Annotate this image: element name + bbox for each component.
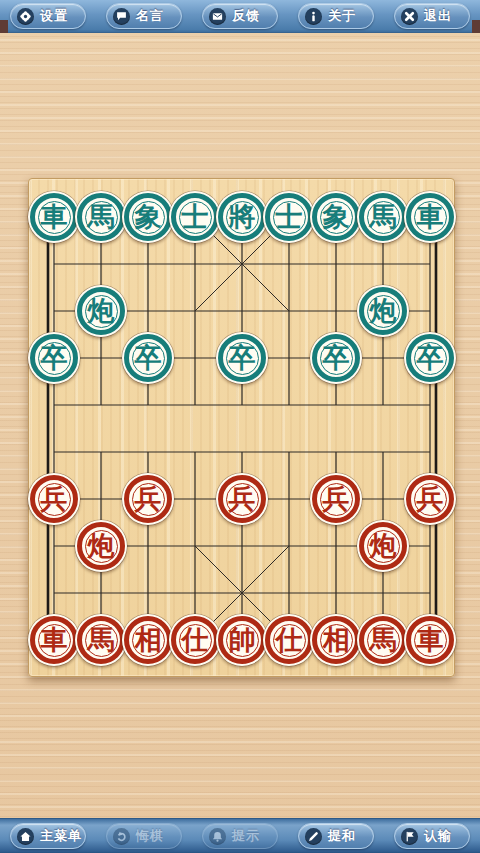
feedback-button[interactable]: 反馈: [202, 3, 278, 29]
piece-red-chariot[interactable]: 車: [28, 614, 80, 666]
piece-black-soldier[interactable]: 卒: [28, 332, 80, 384]
bell-icon: [209, 828, 226, 845]
resign-label: 认输: [424, 827, 452, 845]
flag-icon: [401, 828, 418, 845]
piece-black-cannon[interactable]: 炮: [75, 285, 127, 337]
piece-red-soldier[interactable]: 兵: [310, 473, 362, 525]
screen-corner-right: [472, 20, 480, 33]
app-screen: 设置 名言 反馈 关于 退出: [0, 0, 480, 853]
piece-red-elephant[interactable]: 相: [122, 614, 174, 666]
piece-red-soldier[interactable]: 兵: [404, 473, 456, 525]
piece-red-general[interactable]: 帥: [216, 614, 268, 666]
resign-button[interactable]: 认输: [394, 823, 470, 849]
main-menu-label: 主菜单: [40, 827, 82, 845]
pencil-icon: [305, 828, 322, 845]
exit-button[interactable]: 退出: [394, 3, 470, 29]
offer-draw-button[interactable]: 提和: [298, 823, 374, 849]
speech-bubble-icon: [113, 8, 130, 25]
piece-black-advisor[interactable]: 士: [263, 191, 315, 243]
feedback-label: 反馈: [232, 7, 260, 25]
piece-black-cannon[interactable]: 炮: [357, 285, 409, 337]
exit-label: 退出: [424, 7, 452, 25]
piece-black-advisor[interactable]: 士: [169, 191, 221, 243]
piece-black-soldier[interactable]: 卒: [404, 332, 456, 384]
piece-black-chariot[interactable]: 車: [404, 191, 456, 243]
piece-red-horse[interactable]: 馬: [75, 614, 127, 666]
quotes-button[interactable]: 名言: [106, 3, 182, 29]
hint-button[interactable]: 提示: [202, 823, 278, 849]
piece-red-soldier[interactable]: 兵: [28, 473, 80, 525]
piece-black-horse[interactable]: 馬: [75, 191, 127, 243]
undo-icon: [113, 828, 130, 845]
piece-red-soldier[interactable]: 兵: [122, 473, 174, 525]
piece-black-elephant[interactable]: 象: [122, 191, 174, 243]
main-menu-button[interactable]: 主菜单: [10, 823, 86, 849]
piece-red-horse[interactable]: 馬: [357, 614, 409, 666]
piece-red-advisor[interactable]: 仕: [263, 614, 315, 666]
piece-black-soldier[interactable]: 卒: [310, 332, 362, 384]
piece-black-horse[interactable]: 馬: [357, 191, 409, 243]
about-label: 关于: [328, 7, 356, 25]
hint-label: 提示: [232, 827, 260, 845]
piece-black-general[interactable]: 將: [216, 191, 268, 243]
undo-move-button[interactable]: 悔棋: [106, 823, 182, 849]
bottom-toolbar: 主菜单 悔棋 提示 提和 认输: [0, 818, 480, 853]
piece-red-elephant[interactable]: 相: [310, 614, 362, 666]
settings-label: 设置: [40, 7, 68, 25]
offer-draw-label: 提和: [328, 827, 356, 845]
screen-corner-left: [0, 20, 8, 33]
undo-move-label: 悔棋: [136, 827, 164, 845]
close-icon: [401, 8, 418, 25]
about-button[interactable]: 关于: [298, 3, 374, 29]
home-icon: [17, 828, 34, 845]
piece-black-soldier[interactable]: 卒: [216, 332, 268, 384]
mail-icon: [209, 8, 226, 25]
settings-button[interactable]: 设置: [10, 3, 86, 29]
piece-layer: 車馬象士將士象馬車炮炮卒卒卒卒卒兵兵兵兵兵炮炮車馬相仕帥仕相馬車: [31, 194, 454, 664]
top-toolbar: 设置 名言 反馈 关于 退出: [0, 0, 480, 33]
piece-red-chariot[interactable]: 車: [404, 614, 456, 666]
piece-red-soldier[interactable]: 兵: [216, 473, 268, 525]
piece-red-cannon[interactable]: 炮: [75, 520, 127, 572]
xiangqi-board[interactable]: 車馬象士將士象馬車炮炮卒卒卒卒卒兵兵兵兵兵炮炮車馬相仕帥仕相馬車: [28, 178, 455, 677]
info-icon: [305, 8, 322, 25]
piece-red-cannon[interactable]: 炮: [357, 520, 409, 572]
gear-icon: [17, 8, 34, 25]
quotes-label: 名言: [136, 7, 164, 25]
piece-red-advisor[interactable]: 仕: [169, 614, 221, 666]
piece-black-soldier[interactable]: 卒: [122, 332, 174, 384]
piece-black-elephant[interactable]: 象: [310, 191, 362, 243]
piece-black-chariot[interactable]: 車: [28, 191, 80, 243]
